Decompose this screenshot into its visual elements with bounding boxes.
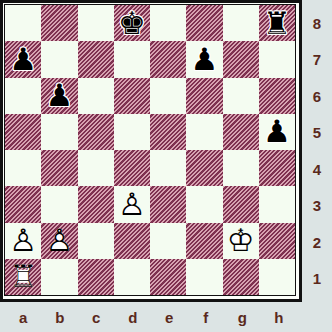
square-g1[interactable] xyxy=(223,259,259,295)
square-e5[interactable] xyxy=(150,114,186,150)
square-d6[interactable] xyxy=(114,78,150,114)
square-f3[interactable] xyxy=(186,186,222,222)
square-e4[interactable] xyxy=(150,150,186,186)
square-b4[interactable] xyxy=(41,150,77,186)
square-c6[interactable] xyxy=(78,78,114,114)
square-h3[interactable] xyxy=(259,186,295,222)
square-g8[interactable] xyxy=(223,5,259,41)
square-a6[interactable] xyxy=(5,78,41,114)
file-labels: abcdefgh xyxy=(0,302,302,332)
square-b2[interactable]: ♟♙ xyxy=(41,223,77,259)
file-label-e: e xyxy=(151,302,188,332)
square-d1[interactable] xyxy=(114,259,150,295)
square-b6[interactable]: ♟ xyxy=(41,78,77,114)
piece-bK-d8[interactable]: ♚ xyxy=(118,8,146,39)
square-a1[interactable]: ♜♖ xyxy=(5,259,41,295)
square-e8[interactable] xyxy=(150,5,186,41)
square-c2[interactable] xyxy=(78,223,114,259)
square-c4[interactable] xyxy=(78,150,114,186)
square-b3[interactable] xyxy=(41,186,77,222)
rank-label-1: 1 xyxy=(302,261,332,298)
rank-label-5: 5 xyxy=(302,115,332,152)
piece-wR-a1[interactable]: ♜♖ xyxy=(9,261,37,292)
square-f5[interactable] xyxy=(186,114,222,150)
square-g6[interactable] xyxy=(223,78,259,114)
square-a4[interactable] xyxy=(5,150,41,186)
square-e1[interactable] xyxy=(150,259,186,295)
square-b7[interactable] xyxy=(41,41,77,77)
square-d4[interactable] xyxy=(114,150,150,186)
square-b5[interactable] xyxy=(41,114,77,150)
piece-wK-g2[interactable]: ♚♔ xyxy=(227,225,255,256)
square-a8[interactable] xyxy=(5,5,41,41)
rank-label-2: 2 xyxy=(302,224,332,261)
square-h7[interactable] xyxy=(259,41,295,77)
square-g5[interactable] xyxy=(223,114,259,150)
board-grid: ♚♜♟♟♟♟♟♙♟♙♟♙♚♔♜♖ xyxy=(4,4,296,296)
square-c3[interactable] xyxy=(78,186,114,222)
square-d5[interactable] xyxy=(114,114,150,150)
piece-bP-a7[interactable]: ♟ xyxy=(9,44,37,75)
square-h6[interactable] xyxy=(259,78,295,114)
piece-wP-d3[interactable]: ♟♙ xyxy=(118,189,146,220)
square-h5[interactable]: ♟ xyxy=(259,114,295,150)
file-label-h: h xyxy=(261,302,298,332)
file-label-b: b xyxy=(42,302,79,332)
square-e2[interactable] xyxy=(150,223,186,259)
rank-label-8: 8 xyxy=(302,5,332,42)
square-h1[interactable] xyxy=(259,259,295,295)
square-f6[interactable] xyxy=(186,78,222,114)
rank-label-4: 4 xyxy=(302,151,332,188)
rank-label-7: 7 xyxy=(302,42,332,79)
square-b8[interactable] xyxy=(41,5,77,41)
square-d3[interactable]: ♟♙ xyxy=(114,186,150,222)
square-c7[interactable] xyxy=(78,41,114,77)
square-e3[interactable] xyxy=(150,186,186,222)
square-c1[interactable] xyxy=(78,259,114,295)
square-g4[interactable] xyxy=(223,150,259,186)
square-a2[interactable]: ♟♙ xyxy=(5,223,41,259)
square-d7[interactable] xyxy=(114,41,150,77)
piece-wP-b2[interactable]: ♟♙ xyxy=(45,225,73,256)
square-g2[interactable]: ♚♔ xyxy=(223,223,259,259)
square-a5[interactable] xyxy=(5,114,41,150)
square-f7[interactable]: ♟ xyxy=(186,41,222,77)
rank-label-6: 6 xyxy=(302,78,332,115)
file-label-f: f xyxy=(188,302,225,332)
file-label-d: d xyxy=(115,302,152,332)
square-f4[interactable] xyxy=(186,150,222,186)
chess-diagram: { "game": "chess", "position": { "fen": … xyxy=(0,0,332,332)
square-e7[interactable] xyxy=(150,41,186,77)
rank-labels: 87654321 xyxy=(302,0,332,302)
square-a3[interactable] xyxy=(5,186,41,222)
square-h4[interactable] xyxy=(259,150,295,186)
square-d2[interactable] xyxy=(114,223,150,259)
square-e6[interactable] xyxy=(150,78,186,114)
square-g3[interactable] xyxy=(223,186,259,222)
piece-wP-a2[interactable]: ♟♙ xyxy=(9,225,37,256)
chess-board: ♚♜♟♟♟♟♟♙♟♙♟♙♚♔♜♖ xyxy=(0,0,302,302)
file-label-c: c xyxy=(78,302,115,332)
square-c5[interactable] xyxy=(78,114,114,150)
square-c8[interactable] xyxy=(78,5,114,41)
rank-label-3: 3 xyxy=(302,188,332,225)
piece-bP-h5[interactable]: ♟ xyxy=(263,116,291,147)
square-h2[interactable] xyxy=(259,223,295,259)
square-h8[interactable]: ♜ xyxy=(259,5,295,41)
square-f8[interactable] xyxy=(186,5,222,41)
square-f1[interactable] xyxy=(186,259,222,295)
file-label-a: a xyxy=(5,302,42,332)
piece-bP-f7[interactable]: ♟ xyxy=(190,44,218,75)
square-a7[interactable]: ♟ xyxy=(5,41,41,77)
square-g7[interactable] xyxy=(223,41,259,77)
square-b1[interactable] xyxy=(41,259,77,295)
file-label-g: g xyxy=(224,302,261,332)
square-f2[interactable] xyxy=(186,223,222,259)
square-d8[interactable]: ♚ xyxy=(114,5,150,41)
piece-bP-b6[interactable]: ♟ xyxy=(45,80,73,111)
piece-bR-h8[interactable]: ♜ xyxy=(263,8,291,39)
